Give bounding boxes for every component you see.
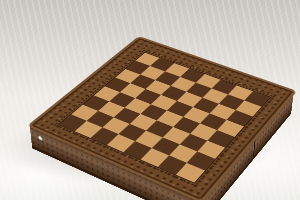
hinge-seam: [253, 136, 256, 158]
square-f5: [183, 107, 209, 123]
clasp-pin-icon: [38, 135, 42, 141]
chess-box: ♜♞♝♛♚♝♞♜♟♟♟♟♟♟♟♟♟♟♟♟♟♟♟♟♜♞♝♛♚♝♞♜: [27, 36, 297, 200]
scene: ♜♞♝♛♚♝♞♜♟♟♟♟♟♟♟♟♟♟♟♟♟♟♟♟♜♞♝♛♚♝♞♜: [0, 0, 300, 200]
photo: ♜♞♝♛♚♝♞♜♟♟♟♟♟♟♟♟♟♟♟♟♟♟♟♟♜♞♝♛♚♝♞♜: [0, 0, 300, 200]
square-h1: ♜: [176, 163, 205, 183]
